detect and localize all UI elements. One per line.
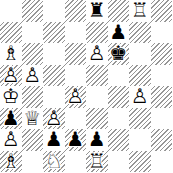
square-a8[interactable] — [0, 0, 22, 22]
black-pawn-icon: ♟ — [66, 129, 84, 151]
square-g6[interactable] — [129, 43, 151, 65]
square-c3[interactable]: ♟♙ — [43, 108, 65, 130]
square-h3[interactable] — [151, 108, 173, 130]
square-c8[interactable] — [43, 0, 65, 22]
white-pawn-icon: ♙ — [131, 86, 149, 108]
black-pawn-icon: ♟ — [109, 22, 127, 44]
square-g1[interactable] — [129, 151, 151, 173]
black-rook-icon: ♜ — [88, 0, 106, 22]
square-e4[interactable] — [86, 86, 108, 108]
square-a3[interactable]: ♟♟ — [0, 108, 22, 130]
square-h6[interactable] — [151, 43, 173, 65]
square-f4[interactable] — [108, 86, 130, 108]
square-a1[interactable]: ♝♗ — [0, 151, 22, 173]
square-c6[interactable] — [43, 43, 65, 65]
square-e6[interactable]: ♟♙ — [86, 43, 108, 65]
square-b1[interactable] — [22, 151, 44, 173]
square-e1[interactable]: ♜♖ — [86, 151, 108, 173]
black-pawn-icon: ♟ — [45, 129, 63, 151]
square-h2[interactable] — [151, 129, 173, 151]
square-e3[interactable] — [86, 108, 108, 130]
square-d2[interactable]: ♟♟ — [65, 129, 87, 151]
black-pawn-icon: ♟ — [2, 108, 20, 130]
white-pawn-icon: ♙ — [2, 129, 20, 151]
white-pawn-icon: ♙ — [88, 43, 106, 65]
black-pawn-icon: ♟ — [88, 129, 106, 151]
white-pawn-icon: ♙ — [45, 108, 63, 130]
square-a4[interactable]: ♚♔ — [0, 86, 22, 108]
square-g3[interactable] — [129, 108, 151, 130]
square-g4[interactable]: ♟♙ — [129, 86, 151, 108]
white-pawn-icon: ♙ — [2, 65, 20, 87]
square-d8[interactable] — [65, 0, 87, 22]
square-h7[interactable] — [151, 22, 173, 44]
square-c1[interactable]: ♞♘ — [43, 151, 65, 173]
square-c7[interactable] — [43, 22, 65, 44]
white-rook-icon: ♖ — [131, 0, 149, 22]
square-f5[interactable] — [108, 65, 130, 87]
square-h5[interactable] — [151, 65, 173, 87]
square-f7[interactable]: ♟♟ — [108, 22, 130, 44]
white-king-icon: ♔ — [2, 86, 20, 108]
black-king-icon: ♚ — [109, 43, 127, 65]
square-h1[interactable] — [151, 151, 173, 173]
square-g7[interactable] — [129, 22, 151, 44]
square-b4[interactable] — [22, 86, 44, 108]
square-f1[interactable] — [108, 151, 130, 173]
square-d3[interactable] — [65, 108, 87, 130]
square-e7[interactable] — [86, 22, 108, 44]
square-b6[interactable] — [22, 43, 44, 65]
square-b8[interactable] — [22, 0, 44, 22]
square-f2[interactable] — [108, 129, 130, 151]
square-b3[interactable]: ♛♕ — [22, 108, 44, 130]
square-b5[interactable]: ♟♙ — [22, 65, 44, 87]
square-a2[interactable]: ♟♙ — [0, 129, 22, 151]
square-e5[interactable] — [86, 65, 108, 87]
square-g5[interactable] — [129, 65, 151, 87]
square-d7[interactable] — [65, 22, 87, 44]
square-e8[interactable]: ♜♜ — [86, 0, 108, 22]
white-bishop-icon: ♗ — [2, 151, 20, 173]
square-d6[interactable] — [65, 43, 87, 65]
square-g8[interactable]: ♜♖ — [129, 0, 151, 22]
square-d4[interactable]: ♟♙ — [65, 86, 87, 108]
square-f3[interactable] — [108, 108, 130, 130]
square-a7[interactable] — [0, 22, 22, 44]
square-a6[interactable]: ♝♗ — [0, 43, 22, 65]
square-b7[interactable] — [22, 22, 44, 44]
square-f8[interactable] — [108, 0, 130, 22]
square-b2[interactable] — [22, 129, 44, 151]
square-f6[interactable]: ♚♚ — [108, 43, 130, 65]
white-pawn-icon: ♙ — [66, 86, 84, 108]
chess-board: ♜♜♜♖♟♟♝♗♟♙♚♚♟♙♟♙♚♔♟♙♟♙♟♟♛♕♟♙♟♙♟♟♟♟♟♟♝♗♞♘… — [0, 0, 172, 172]
square-c4[interactable] — [43, 86, 65, 108]
square-g2[interactable] — [129, 129, 151, 151]
white-rook-icon: ♖ — [88, 151, 106, 173]
white-pawn-icon: ♙ — [23, 65, 41, 87]
square-c2[interactable]: ♟♟ — [43, 129, 65, 151]
square-e2[interactable]: ♟♟ — [86, 129, 108, 151]
square-d5[interactable] — [65, 65, 87, 87]
white-queen-icon: ♕ — [23, 108, 41, 130]
white-bishop-icon: ♗ — [2, 43, 20, 65]
white-knight-icon: ♘ — [45, 151, 63, 173]
square-c5[interactable] — [43, 65, 65, 87]
square-h8[interactable] — [151, 0, 173, 22]
square-h4[interactable] — [151, 86, 173, 108]
square-a5[interactable]: ♟♙ — [0, 65, 22, 87]
square-d1[interactable] — [65, 151, 87, 173]
